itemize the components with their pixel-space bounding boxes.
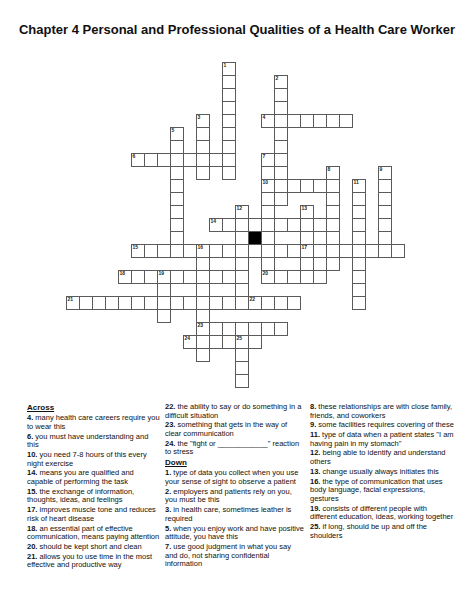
grid-cell[interactable] — [339, 244, 353, 258]
grid-cell[interactable] — [222, 101, 236, 115]
grid-cell[interactable] — [144, 296, 158, 310]
across-clue-22: 22. the ability to say or do something i… — [165, 403, 305, 420]
grid-cell[interactable] — [274, 127, 288, 141]
grid-cell[interactable] — [274, 322, 288, 336]
grid-cell[interactable] — [196, 296, 210, 310]
page-title: Chapter 4 Personal and Professional Qual… — [0, 22, 474, 37]
clue-column-2: 22. the ability to say or do something i… — [165, 403, 305, 570]
grid-cell[interactable] — [287, 270, 301, 284]
grid-cell[interactable] — [222, 140, 236, 154]
grid-cell[interactable] — [287, 296, 301, 310]
grid-cell[interactable] — [313, 179, 327, 193]
grid-cell[interactable] — [326, 192, 340, 206]
grid-cell[interactable] — [209, 244, 223, 258]
grid-cell[interactable] — [300, 114, 314, 128]
grid-cell[interactable] — [235, 322, 249, 336]
grid-cell[interactable] — [170, 153, 184, 167]
grid-cell[interactable] — [196, 153, 210, 167]
grid-cell[interactable] — [352, 244, 366, 258]
grid-cell[interactable] — [326, 205, 340, 219]
grid-cell[interactable] — [274, 153, 288, 167]
across-clue-10: 10. you need 7-8 hours of this every nig… — [27, 451, 161, 468]
down-clue-7: 7. use good judgment in what you say and… — [165, 543, 305, 569]
grid-cell[interactable] — [313, 270, 327, 284]
grid-cell[interactable] — [196, 270, 210, 284]
grid-cell[interactable] — [274, 218, 288, 232]
grid-cell[interactable] — [261, 205, 275, 219]
grid-cell[interactable] — [235, 244, 249, 258]
grid-cell[interactable] — [196, 114, 210, 128]
grid-cell[interactable] — [378, 218, 392, 232]
grid-cell[interactable] — [170, 205, 184, 219]
across-clue-18: 18. an essential part of effective commu… — [27, 525, 161, 542]
grid-cell[interactable] — [300, 179, 314, 193]
down-clue-3: 3. in health care, sometimes leather is … — [165, 506, 305, 523]
down-clue-12: 12. being able to identify and understan… — [310, 449, 454, 466]
grid-cell[interactable] — [131, 270, 145, 284]
grid-cell[interactable] — [352, 270, 366, 284]
grid-cell[interactable] — [326, 179, 340, 193]
grid-cell[interactable] — [235, 296, 249, 310]
grid-cell[interactable] — [300, 205, 314, 219]
down-clue-19: 19. consists of different people with di… — [310, 505, 454, 522]
grid-cell[interactable] — [313, 114, 327, 128]
grid-cell[interactable] — [378, 192, 392, 206]
grid-cell[interactable] — [222, 62, 236, 76]
across-clue-6: 6. you must have understanding and this — [27, 433, 161, 450]
grid-cell[interactable] — [183, 153, 197, 167]
grid-cell[interactable] — [92, 296, 106, 310]
grid-cell[interactable] — [157, 296, 171, 310]
grid-cell[interactable] — [235, 374, 249, 388]
grid-cell[interactable] — [170, 127, 184, 141]
grid-cell[interactable] — [248, 218, 262, 232]
grid-cell[interactable] — [287, 179, 301, 193]
grid-cell[interactable] — [274, 179, 288, 193]
grid-cell[interactable] — [183, 296, 197, 310]
grid-cell[interactable] — [326, 244, 340, 258]
grid-cell[interactable] — [196, 140, 210, 154]
grid-cell[interactable] — [222, 127, 236, 141]
grid-cell[interactable] — [313, 244, 327, 258]
grid-cell[interactable] — [170, 179, 184, 193]
grid-cell[interactable] — [261, 114, 275, 128]
down-clue-5: 5. when you enjoy work and have positive… — [165, 525, 305, 542]
grid-cell[interactable] — [183, 335, 197, 349]
grid-cell[interactable] — [274, 270, 288, 284]
grid-cell[interactable] — [261, 179, 275, 193]
down-clue-8: 8. these relationships are with close fa… — [310, 403, 454, 420]
across-clue-15: 15. the exchange of information, thought… — [27, 488, 161, 505]
grid-cell[interactable] — [157, 309, 171, 323]
grid-cell[interactable] — [391, 244, 405, 258]
grid-cell[interactable] — [261, 296, 275, 310]
grid-cell[interactable] — [209, 296, 223, 310]
grid-cell[interactable] — [287, 244, 301, 258]
across-clue-17: 17. improves muscle tone and reduces ris… — [27, 506, 161, 523]
grid-cell[interactable] — [261, 166, 275, 180]
grid-cell[interactable] — [274, 75, 288, 89]
grid-cell[interactable] — [196, 309, 210, 323]
grid-cell[interactable] — [222, 166, 236, 180]
grid-cell[interactable] — [261, 257, 275, 271]
grid-cell[interactable] — [261, 192, 275, 206]
grid-cell[interactable] — [79, 296, 93, 310]
grid-cell[interactable] — [170, 192, 184, 206]
grid-cell[interactable] — [209, 218, 223, 232]
grid-cell[interactable] — [222, 75, 236, 89]
grid-cell[interactable] — [222, 244, 236, 258]
grid-cell[interactable] — [157, 153, 171, 167]
grid-cell[interactable] — [196, 166, 210, 180]
grid-cell[interactable] — [196, 322, 210, 336]
grid-cell[interactable] — [248, 335, 262, 349]
grid-cell[interactable] — [248, 244, 262, 258]
grid-cell[interactable] — [170, 218, 184, 232]
grid-cell[interactable] — [339, 114, 353, 128]
grid-cell[interactable] — [222, 335, 236, 349]
grid-cell[interactable] — [300, 231, 314, 245]
grid-cell[interactable] — [261, 270, 275, 284]
grid-cell[interactable] — [209, 335, 223, 349]
grid-cell[interactable] — [261, 153, 275, 167]
grid-cell[interactable] — [105, 296, 119, 310]
grid-cell[interactable] — [261, 244, 275, 258]
down-clue-2: 2. employers and patients rely on you, y… — [165, 488, 305, 505]
grid-cell[interactable] — [222, 114, 236, 128]
grid-cell[interactable] — [287, 218, 301, 232]
grid-cell[interactable] — [274, 114, 288, 128]
grid-cell[interactable] — [235, 218, 249, 232]
across-clue-14: 14. means you are qualified and capable … — [27, 469, 161, 486]
across-clue-20: 20. should be kept short and clean — [27, 543, 161, 552]
grid-cell[interactable] — [66, 296, 80, 310]
grid-cell[interactable] — [209, 322, 223, 336]
grid-cell[interactable] — [170, 296, 184, 310]
grid-cell[interactable] — [235, 283, 249, 297]
grid-cell[interactable] — [352, 257, 366, 271]
grid-cell[interactable] — [326, 166, 340, 180]
grid-cell[interactable] — [352, 296, 366, 310]
grid-cell[interactable] — [326, 218, 340, 232]
grid-cell[interactable] — [378, 231, 392, 245]
grid-cell[interactable] — [248, 322, 262, 336]
grid-cell[interactable] — [131, 296, 145, 310]
crossword-grid: 1234567891011121314151617181920212223242… — [66, 62, 406, 389]
grid-cell[interactable] — [157, 244, 171, 258]
grid-cell[interactable] — [170, 166, 184, 180]
grid-cell[interactable] — [235, 205, 249, 219]
down-clue-13: 13. change usually always initiates this — [310, 468, 454, 477]
grid-cell[interactable] — [157, 270, 171, 284]
grid-cell[interactable] — [222, 88, 236, 102]
grid-cell[interactable] — [157, 283, 171, 297]
grid-cell[interactable] — [196, 348, 210, 362]
grid-cell[interactable] — [365, 244, 379, 258]
grid-cell[interactable] — [300, 244, 314, 258]
grid-cell[interactable] — [183, 270, 197, 284]
down-clue-16: 16. the type of communication that uses … — [310, 478, 454, 504]
grid-cell[interactable] — [170, 231, 184, 245]
grid-cell[interactable] — [118, 296, 132, 310]
grid-cell[interactable] — [144, 244, 158, 258]
grid-cell[interactable] — [235, 257, 249, 271]
grid-cell[interactable] — [235, 348, 249, 362]
grid-cell[interactable] — [352, 205, 366, 219]
worksheet-page: Chapter 4 Personal and Professional Qual… — [0, 0, 474, 613]
across-clue-23: 23. something that gets in the way of cl… — [165, 421, 305, 438]
grid-cell[interactable] — [300, 257, 314, 271]
across-clue-4: 4. many health care careers require you … — [27, 414, 161, 431]
clue-column-3: 8. these relationships are with close fa… — [310, 403, 454, 541]
grid-cell[interactable] — [261, 218, 275, 232]
grid-cell[interactable] — [352, 218, 366, 232]
grid-cell[interactable] — [326, 231, 340, 245]
grid-cell[interactable] — [235, 335, 249, 349]
grid-cell[interactable] — [222, 322, 236, 336]
grid-cell[interactable] — [274, 192, 288, 206]
grid-cell[interactable] — [313, 218, 327, 232]
grid-cell[interactable] — [131, 244, 145, 258]
grid-cell[interactable] — [235, 231, 249, 245]
down-clue-1: 1. type of data you collect when you use… — [165, 469, 305, 486]
grid-cell[interactable] — [196, 244, 210, 258]
grid-cell[interactable] — [196, 257, 210, 271]
black-cell — [248, 231, 262, 245]
down-clue-25: 25. if long, should be up and off the sh… — [310, 523, 454, 540]
grid-cell[interactable] — [352, 231, 366, 245]
grid-cell[interactable] — [352, 192, 366, 206]
grid-cell[interactable] — [144, 270, 158, 284]
grid-cell[interactable] — [248, 296, 262, 310]
grid-cell[interactable] — [209, 270, 223, 284]
grid-cell[interactable] — [378, 244, 392, 258]
grid-cell[interactable] — [261, 231, 275, 245]
grid-cell[interactable] — [274, 101, 288, 115]
grid-cell[interactable] — [222, 270, 236, 284]
grid-cell[interactable] — [183, 244, 197, 258]
grid-cell[interactable] — [170, 140, 184, 154]
grid-cell[interactable] — [196, 283, 210, 297]
grid-cell[interactable] — [222, 153, 236, 167]
grid-cell[interactable] — [144, 153, 158, 167]
grid-cell[interactable] — [222, 296, 236, 310]
down-header: Down — [165, 458, 305, 467]
grid-cell[interactable] — [274, 88, 288, 102]
across-header: Across — [27, 403, 161, 412]
grid-cell[interactable] — [170, 270, 184, 284]
grid-cell[interactable] — [222, 218, 236, 232]
grid-cell[interactable] — [131, 153, 145, 167]
grid-cell[interactable] — [209, 153, 223, 167]
grid-cell[interactable] — [118, 270, 132, 284]
grid-cell[interactable] — [300, 270, 314, 284]
grid-cell[interactable] — [274, 296, 288, 310]
grid-cell[interactable] — [326, 114, 340, 128]
grid-cell[interactable] — [274, 244, 288, 258]
down-clue-11: 11. type of data when a patient states "… — [310, 431, 454, 448]
grid-cell[interactable] — [274, 140, 288, 154]
grid-cell[interactable] — [196, 127, 210, 141]
grid-cell[interactable] — [196, 335, 210, 349]
grid-cell[interactable] — [235, 270, 249, 284]
across-clue-21: 21. allows you to use time in the most e… — [27, 553, 161, 570]
grid-cell[interactable] — [300, 218, 314, 232]
down-clue-9: 9. some facilities requires covering of … — [310, 421, 454, 430]
grid-cell[interactable] — [170, 244, 184, 258]
grid-cell[interactable] — [326, 257, 340, 271]
grid-cell[interactable] — [378, 205, 392, 219]
grid-cell[interactable] — [378, 166, 392, 180]
grid-cell[interactable] — [352, 179, 366, 193]
grid-cell[interactable] — [261, 322, 275, 336]
grid-cell[interactable] — [352, 283, 366, 297]
grid-cell[interactable] — [378, 179, 392, 193]
clue-column-1: Across4. many health care careers requir… — [27, 403, 161, 571]
grid-cell[interactable] — [235, 361, 249, 375]
grid-cell[interactable] — [287, 114, 301, 128]
across-clue-24: 24. the "fight or ____________" reaction… — [165, 440, 305, 457]
grid-cell[interactable] — [274, 166, 288, 180]
